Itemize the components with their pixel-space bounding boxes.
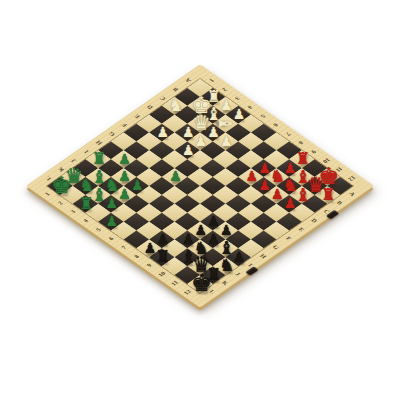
green-rook[interactable]: ♜ bbox=[79, 194, 93, 213]
black-knight[interactable]: ♞ bbox=[219, 255, 234, 275]
black-pawn[interactable]: ♟ bbox=[220, 222, 233, 238]
green-pawn[interactable]: ♟ bbox=[131, 177, 144, 193]
green-pawn[interactable]: ♟ bbox=[118, 151, 131, 167]
green-pawn[interactable]: ♟ bbox=[118, 168, 131, 184]
cream-pawn[interactable]: ♟ bbox=[156, 124, 169, 140]
black-pawn[interactable]: ♟ bbox=[156, 231, 169, 247]
green-king[interactable]: ♚ bbox=[51, 172, 72, 198]
green-pawn[interactable]: ♟ bbox=[169, 168, 182, 184]
red-pawn[interactable]: ♟ bbox=[284, 195, 297, 211]
cream-knight[interactable]: ♞ bbox=[168, 95, 183, 115]
green-pawn[interactable]: ♟ bbox=[118, 186, 131, 202]
black-pawn[interactable]: ♟ bbox=[233, 249, 246, 265]
black-pawn[interactable]: ♟ bbox=[144, 240, 157, 256]
black-pawn[interactable]: ♟ bbox=[207, 213, 220, 229]
black-rook[interactable]: ♜ bbox=[156, 247, 170, 266]
green-pawn[interactable]: ♟ bbox=[106, 213, 119, 229]
cream-pawn[interactable]: ♟ bbox=[182, 142, 195, 158]
red-rook[interactable]: ♜ bbox=[321, 185, 335, 204]
red-pawn[interactable]: ♟ bbox=[271, 186, 284, 202]
cream-pawn[interactable]: ♟ bbox=[220, 133, 233, 149]
cream-pawn[interactable]: ♟ bbox=[195, 133, 208, 149]
green-pawn[interactable]: ♟ bbox=[106, 195, 119, 211]
cream-pawn[interactable]: ♟ bbox=[207, 124, 220, 140]
red-pawn[interactable]: ♟ bbox=[258, 177, 271, 193]
black-king[interactable]: ♚ bbox=[191, 270, 212, 296]
red-bishop[interactable]: ♝ bbox=[295, 184, 311, 205]
chess-board[interactable]: AA11BB22CC33DD44EE55FF66GG77HH88II99JJ10… bbox=[26, 64, 374, 308]
product-photo-stage: AA11BB22CC33DD44EE55FF66GG77HH88II99JJ10… bbox=[0, 0, 400, 400]
red-pawn[interactable]: ♟ bbox=[246, 168, 259, 184]
cream-pawn[interactable]: ♟ bbox=[182, 124, 195, 140]
black-pawn[interactable]: ♟ bbox=[195, 222, 208, 238]
